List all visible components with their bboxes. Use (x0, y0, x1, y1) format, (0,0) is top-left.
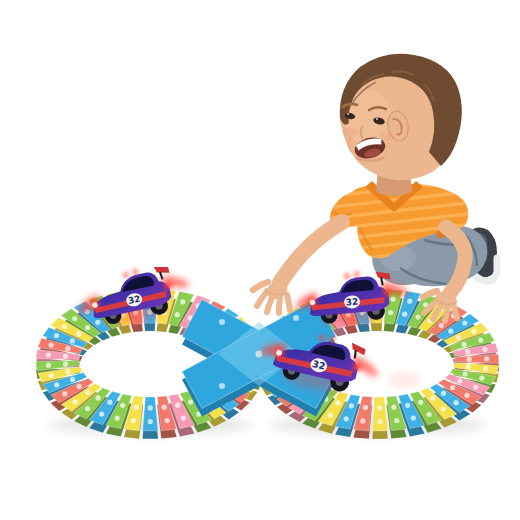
segment-hole (54, 382, 59, 387)
product-photo: 323232 (0, 0, 520, 520)
segment-hole (454, 400, 459, 405)
segment-hole (484, 356, 489, 361)
segment-hole (391, 297, 396, 302)
track-segment (143, 397, 158, 431)
segment-hole (430, 396, 435, 401)
left-finger (279, 297, 280, 313)
segment-hole (448, 329, 453, 334)
segment-hole (134, 405, 139, 410)
segment-hole (175, 312, 180, 317)
segment-hole (148, 405, 153, 410)
segment-hole (65, 346, 70, 351)
segment-hole (479, 375, 484, 380)
right-finger (445, 308, 448, 321)
segment-hole (388, 310, 393, 315)
segment-hole (441, 391, 446, 396)
segment-hole (63, 354, 68, 359)
segment-hole (377, 405, 382, 410)
segment-hole (407, 299, 412, 304)
segment-hole (181, 416, 186, 421)
segment-hole (62, 391, 67, 396)
segment-hole (70, 377, 75, 382)
segment-hole (418, 400, 423, 405)
segment-hole (456, 335, 461, 340)
segment-hole (120, 403, 125, 408)
segment-hole (482, 347, 487, 352)
right-finger (454, 306, 457, 318)
segment-hole (54, 333, 59, 338)
segment-hole (483, 366, 488, 371)
segment-hole (148, 419, 153, 424)
blush-left (343, 127, 357, 137)
segment-hole (391, 405, 396, 410)
car-number: 32 (345, 296, 358, 307)
segment-hole (478, 337, 483, 342)
segment-hole (363, 405, 368, 410)
blush-right (380, 131, 394, 141)
segment-hole (70, 338, 75, 343)
segment-hole (162, 405, 167, 410)
segment-hole (426, 412, 431, 417)
segment-hole (415, 314, 420, 319)
segment-hole (180, 299, 185, 304)
segment-hole (360, 418, 365, 423)
segment-hole (402, 312, 407, 317)
segment-hole (73, 399, 78, 404)
segment-hole (405, 403, 410, 408)
segment-hole (441, 407, 446, 412)
segment-hole (96, 395, 101, 400)
segment-hole (335, 400, 340, 405)
track-glow-reflection (388, 372, 420, 388)
segment-hole (439, 323, 444, 328)
segment-hole (466, 364, 471, 369)
segment-hole (411, 416, 416, 421)
segment-hole (76, 331, 81, 336)
segment-hole (85, 406, 90, 411)
segment-hole (107, 400, 112, 405)
segment-hole (85, 390, 90, 395)
segment-hole (165, 418, 170, 423)
segment-hole (328, 413, 333, 418)
eye-glint (347, 113, 349, 115)
segment-hole (188, 399, 193, 404)
segment-hole (175, 403, 180, 408)
segment-hole (450, 385, 455, 390)
segment-hole (349, 403, 354, 408)
segment-hole (462, 342, 467, 347)
segment-hole (77, 384, 82, 389)
segment-hole (46, 363, 51, 368)
segment-hole (65, 369, 70, 374)
segment-hole (49, 373, 54, 378)
segment-hole (63, 362, 68, 367)
segment-hole (462, 320, 467, 325)
segment-hole (131, 418, 136, 423)
segment-hole (49, 343, 54, 348)
eye-glint (376, 118, 378, 120)
segment-hole (471, 329, 476, 334)
segment-hole (473, 384, 478, 389)
segment-hole (465, 349, 470, 354)
segment-hole (457, 378, 462, 383)
segment-hole (463, 371, 468, 376)
segment-hole (46, 353, 51, 358)
segment-hole (62, 324, 67, 329)
segment-hole (115, 416, 120, 421)
left-finger (287, 295, 290, 310)
segment-hole (85, 325, 90, 330)
segment-hole (377, 419, 382, 424)
segment-hole (394, 418, 399, 423)
segment-hole (95, 320, 100, 325)
segment-hole (344, 416, 349, 421)
segment-hole (72, 316, 77, 321)
segment-hole (467, 357, 472, 362)
segment-hole (99, 412, 104, 417)
segment-hole (464, 393, 469, 398)
